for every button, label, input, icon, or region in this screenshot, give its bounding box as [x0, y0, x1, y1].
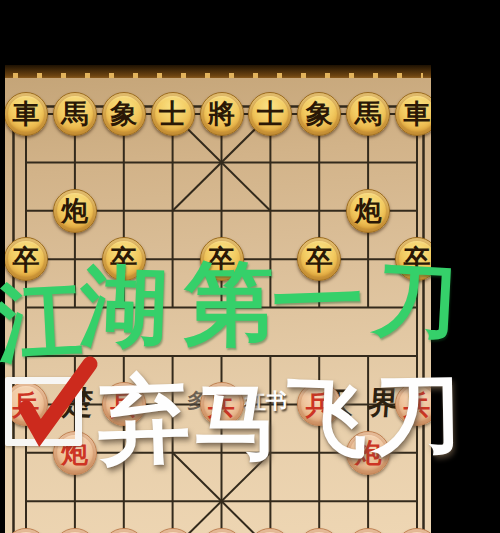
piece-black-elephant-left[interactable]: 象: [102, 92, 146, 136]
piece-red-elephant-right[interactable]: 相: [297, 528, 341, 533]
piece-red-advisor-right[interactable]: 仕: [248, 528, 292, 533]
piece-red-soldier-2[interactable]: 兵: [102, 382, 146, 426]
piece-red-soldier-5[interactable]: 兵: [395, 382, 431, 426]
piece-red-horse-right[interactable]: 馬: [346, 528, 390, 533]
piece-black-soldier-3[interactable]: 卒: [200, 237, 244, 281]
piece-black-chariot-left[interactable]: 車: [5, 92, 48, 136]
piece-black-elephant-right[interactable]: 象: [297, 92, 341, 136]
red-checkmark-icon: [14, 352, 104, 447]
piece-black-cannon-left[interactable]: 炮: [53, 189, 97, 233]
pieces-grid: 車馬象士將士象馬車炮炮卒卒卒卒卒兵兵兵兵兵炮炮車馬相仕帥仕相馬車: [5, 90, 431, 533]
video-frame: 楚河 汉界 多乐 小红书 車馬象士將士象馬車炮炮卒卒卒卒卒兵兵兵兵兵炮炮車馬相仕…: [0, 0, 500, 533]
piece-red-cannon-right[interactable]: 炮: [346, 431, 390, 475]
piece-black-soldier-2[interactable]: 卒: [102, 237, 146, 281]
piece-red-general[interactable]: 帥: [200, 528, 244, 533]
piece-red-advisor-left[interactable]: 仕: [151, 528, 195, 533]
piece-red-soldier-3[interactable]: 兵: [200, 382, 244, 426]
piece-red-chariot-right[interactable]: 車: [395, 528, 431, 533]
piece-black-advisor-right[interactable]: 士: [248, 92, 292, 136]
xiangqi-board: 楚河 汉界 多乐 小红书 車馬象士將士象馬車炮炮卒卒卒卒卒兵兵兵兵兵炮炮車馬相仕…: [5, 65, 431, 533]
piece-red-soldier-4[interactable]: 兵: [297, 382, 341, 426]
piece-red-horse-left[interactable]: 馬: [53, 528, 97, 533]
piece-black-cannon-right[interactable]: 炮: [346, 189, 390, 233]
piece-black-advisor-left[interactable]: 士: [151, 92, 195, 136]
piece-black-chariot-right[interactable]: 車: [395, 92, 431, 136]
piece-red-chariot-left[interactable]: 車: [5, 528, 48, 533]
piece-black-general[interactable]: 將: [200, 92, 244, 136]
piece-black-soldier-1[interactable]: 卒: [5, 237, 48, 281]
piece-red-elephant-left[interactable]: 相: [102, 528, 146, 533]
piece-black-soldier-4[interactable]: 卒: [297, 237, 341, 281]
board-top-frame: [5, 65, 431, 78]
piece-black-horse-left[interactable]: 馬: [53, 92, 97, 136]
piece-black-horse-right[interactable]: 馬: [346, 92, 390, 136]
frame-tick-marks: [13, 73, 423, 78]
piece-black-soldier-5[interactable]: 卒: [395, 237, 431, 281]
